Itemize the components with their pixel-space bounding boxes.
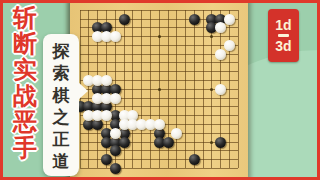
black-stone — [163, 137, 174, 148]
grid-line-h — [80, 150, 238, 151]
white-stone — [101, 110, 112, 121]
sign-char: 探 — [43, 41, 79, 63]
thumbnail-stage: 斩断实战恶手 探索棋之正道 1d 3d — [0, 0, 320, 180]
black-stone — [119, 14, 130, 25]
white-stone — [110, 128, 121, 139]
white-stone — [110, 31, 121, 42]
title-vertical-red: 斩断实战恶手 — [6, 5, 44, 161]
white-stone — [110, 93, 121, 104]
rank-bottom: 3d — [275, 39, 291, 53]
rank-top: 1d — [275, 18, 291, 32]
title-char: 实 — [6, 57, 44, 83]
sign-char: 之 — [43, 107, 79, 129]
grid-line-v — [238, 10, 239, 168]
black-stone — [189, 14, 200, 25]
white-stone — [224, 14, 235, 25]
grid-line-v — [203, 10, 204, 168]
title-char: 战 — [6, 83, 44, 109]
black-stone — [119, 137, 130, 148]
white-stone — [215, 84, 226, 95]
grid-line-v — [185, 10, 186, 168]
title-char: 断 — [6, 31, 44, 57]
star-point — [210, 88, 213, 91]
title-char: 斩 — [6, 5, 44, 31]
grid-line-v — [194, 10, 195, 168]
grid-line-v — [229, 10, 230, 168]
grid-line-h — [80, 168, 238, 169]
white-stone — [154, 119, 165, 130]
black-stone — [189, 154, 200, 165]
white-stone — [171, 128, 182, 139]
sign-char: 索 — [43, 63, 79, 85]
title-char: 手 — [6, 135, 44, 161]
subtitle-sign: 探索棋之正道 — [43, 34, 79, 176]
black-stone — [110, 163, 121, 174]
black-stone — [110, 145, 121, 156]
white-stone — [224, 40, 235, 51]
white-stone — [215, 22, 226, 33]
sign-char: 正 — [43, 129, 79, 151]
star-point — [210, 35, 213, 38]
black-stone — [101, 154, 112, 165]
sign-pointer-tail — [78, 82, 88, 100]
sign-char: 棋 — [43, 85, 79, 107]
black-stone — [215, 137, 226, 148]
white-stone — [215, 49, 226, 60]
star-point — [158, 88, 161, 91]
rank-badge: 1d 3d — [268, 9, 299, 62]
title-char: 恶 — [6, 109, 44, 135]
white-stone — [101, 75, 112, 86]
star-point — [158, 35, 161, 38]
rank-separator-dash — [278, 34, 289, 37]
sign-char: 道 — [43, 151, 79, 173]
go-board[interactable] — [70, 0, 248, 180]
grid-line-v — [176, 10, 177, 168]
